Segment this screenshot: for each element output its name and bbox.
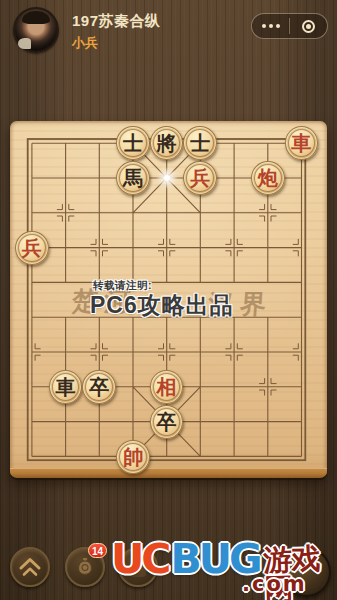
piece-glyph: 卒 xyxy=(89,377,109,397)
board-point[interactable]: 士 xyxy=(183,126,217,161)
board-point[interactable] xyxy=(15,404,49,439)
piece-black-車[interactable]: 車 xyxy=(49,370,83,404)
board-point[interactable] xyxy=(183,439,217,474)
money-bag-icon xyxy=(73,555,97,579)
board-point[interactable] xyxy=(116,404,150,439)
logo-com: .com xyxy=(242,572,307,596)
app-screen: 197苏秦合纵 小兵 楚河 汉界 士將士車馬兵炮兵車卒相卒帥 转载请注明: PC… xyxy=(0,0,337,600)
board-point[interactable] xyxy=(49,265,83,300)
board-point[interactable] xyxy=(15,265,49,300)
board-point[interactable]: 卒 xyxy=(150,404,184,439)
board-point[interactable] xyxy=(150,230,184,265)
piece-red-車[interactable]: 車 xyxy=(285,126,319,160)
board-point[interactable]: 帥 xyxy=(116,439,150,474)
piece-black-馬[interactable]: 馬 xyxy=(116,161,150,195)
board-point[interactable] xyxy=(251,370,285,405)
piece-glyph: 士 xyxy=(190,133,210,153)
piece-glyph: 車 xyxy=(291,133,311,153)
board-point[interactable] xyxy=(251,300,285,335)
piece-red-帥[interactable]: 帥 xyxy=(116,440,150,474)
watermark-brand: PC6攻略出品 xyxy=(90,290,234,321)
board-point[interactable] xyxy=(82,161,116,196)
board-point[interactable] xyxy=(82,439,116,474)
piece-glyph: 兵 xyxy=(190,168,210,188)
piece-black-卒[interactable]: 卒 xyxy=(150,405,184,439)
board-point[interactable] xyxy=(251,126,285,161)
board-point[interactable] xyxy=(15,300,49,335)
board-point[interactable] xyxy=(150,161,184,196)
piece-glyph: 車 xyxy=(56,377,76,397)
board-point[interactable] xyxy=(217,126,251,161)
piece-red-炮[interactable]: 炮 xyxy=(251,161,285,195)
board-point[interactable] xyxy=(217,230,251,265)
piece-red-相[interactable]: 相 xyxy=(150,370,184,404)
board-point[interactable] xyxy=(15,161,49,196)
board-point[interactable] xyxy=(183,370,217,405)
board-point[interactable] xyxy=(116,196,150,231)
piece-black-將[interactable]: 將 xyxy=(150,126,184,160)
board-point[interactable] xyxy=(183,196,217,231)
piece-glyph: 相 xyxy=(157,377,177,397)
record-icon xyxy=(302,20,315,33)
piece-glyph: 兵 xyxy=(22,238,42,258)
board-point[interactable] xyxy=(49,126,83,161)
board-point[interactable]: 士 xyxy=(116,126,150,161)
board-point[interactable] xyxy=(82,335,116,370)
piece-black-卒[interactable]: 卒 xyxy=(82,370,116,404)
board-point[interactable] xyxy=(251,265,285,300)
double-chevron-up-icon xyxy=(17,555,43,579)
board-point[interactable] xyxy=(285,404,319,439)
close-capsule-button[interactable] xyxy=(290,14,327,38)
board-point[interactable]: 車 xyxy=(49,370,83,405)
piece-black-士[interactable]: 士 xyxy=(116,126,150,160)
miniprogram-capsule xyxy=(251,13,328,39)
piece-glyph: 帥 xyxy=(123,447,143,467)
board-point[interactable] xyxy=(285,196,319,231)
more-icon xyxy=(262,24,280,28)
board-point[interactable] xyxy=(183,230,217,265)
board-point[interactable] xyxy=(49,196,83,231)
board-point[interactable] xyxy=(251,335,285,370)
board-point[interactable] xyxy=(251,439,285,474)
board-point[interactable] xyxy=(82,196,116,231)
board-point[interactable] xyxy=(49,230,83,265)
piece-glyph: 炮 xyxy=(258,168,278,188)
piece-glyph: 馬 xyxy=(123,168,143,188)
board-point[interactable] xyxy=(285,300,319,335)
expand-button[interactable] xyxy=(10,547,50,587)
board-point[interactable] xyxy=(82,230,116,265)
board-point[interactable] xyxy=(217,196,251,231)
board-point[interactable] xyxy=(217,335,251,370)
board-point[interactable] xyxy=(285,161,319,196)
board-point[interactable]: 炮 xyxy=(251,161,285,196)
board-point[interactable] xyxy=(116,230,150,265)
board-point[interactable]: 兵 xyxy=(15,230,49,265)
board-point[interactable] xyxy=(217,370,251,405)
board-point[interactable] xyxy=(150,196,184,231)
board-point[interactable]: 車 xyxy=(285,126,319,161)
piece-black-士[interactable]: 士 xyxy=(183,126,217,160)
board-point[interactable] xyxy=(49,300,83,335)
board-point[interactable] xyxy=(150,439,184,474)
board-point[interactable]: 卒 xyxy=(82,370,116,405)
board-point[interactable] xyxy=(285,265,319,300)
board-point[interactable] xyxy=(116,335,150,370)
board-point[interactable] xyxy=(82,404,116,439)
piece-glyph: 士 xyxy=(123,133,143,153)
piece-glyph: 將 xyxy=(157,133,177,153)
board-point[interactable] xyxy=(15,196,49,231)
board-point[interactable] xyxy=(217,404,251,439)
piece-red-兵[interactable]: 兵 xyxy=(183,161,217,195)
board-point[interactable] xyxy=(183,335,217,370)
board-point[interactable] xyxy=(15,126,49,161)
board-point[interactable] xyxy=(183,404,217,439)
board-point[interactable] xyxy=(251,404,285,439)
board-point[interactable] xyxy=(285,230,319,265)
board-point[interactable] xyxy=(116,370,150,405)
avatar xyxy=(13,7,59,53)
board-point[interactable]: 兵 xyxy=(183,161,217,196)
bag-count-badge: 14 xyxy=(88,543,107,558)
board-point[interactable] xyxy=(15,439,49,474)
board-point[interactable] xyxy=(49,335,83,370)
board-point[interactable] xyxy=(251,196,285,231)
logo-uc: UC xyxy=(111,539,168,580)
board-point[interactable]: 將 xyxy=(150,126,184,161)
more-button[interactable] xyxy=(252,14,289,38)
board-point[interactable] xyxy=(217,439,251,474)
page-title: 197苏秦合纵 xyxy=(72,12,161,31)
board-point[interactable] xyxy=(285,370,319,405)
board-point[interactable] xyxy=(49,161,83,196)
board-point[interactable]: 相 xyxy=(150,370,184,405)
board-point[interactable] xyxy=(150,335,184,370)
board-point[interactable]: 馬 xyxy=(116,161,150,196)
board-point[interactable] xyxy=(285,439,319,474)
board-point[interactable] xyxy=(49,439,83,474)
board-point[interactable] xyxy=(285,335,319,370)
board-point[interactable] xyxy=(15,370,49,405)
board-point[interactable] xyxy=(251,230,285,265)
piece-red-兵[interactable]: 兵 xyxy=(15,231,49,265)
board-point[interactable] xyxy=(49,404,83,439)
board-point[interactable] xyxy=(82,126,116,161)
piece-glyph: 卒 xyxy=(157,412,177,432)
board-point[interactable] xyxy=(217,161,251,196)
opponent-rank-label: 小兵 xyxy=(72,34,98,52)
board-point[interactable] xyxy=(15,335,49,370)
